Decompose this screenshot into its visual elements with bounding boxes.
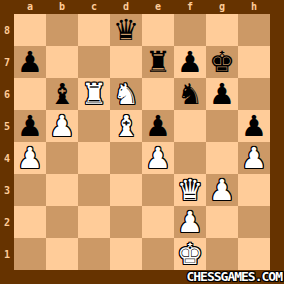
- square-d7: [110, 46, 142, 78]
- rank-label-1: 1: [0, 238, 14, 270]
- square-g7: ♚: [206, 46, 238, 78]
- square-c6: ♜: [78, 78, 110, 110]
- rank-label-3: 3: [0, 174, 14, 206]
- file-label-f: f: [174, 0, 206, 14]
- square-d1: [110, 238, 142, 270]
- file-label-b: b: [46, 0, 78, 14]
- file-label-a: a: [14, 0, 46, 14]
- white-pawn-e4: ♟: [145, 142, 171, 174]
- square-h7: [238, 46, 270, 78]
- square-g6: ♟: [206, 78, 238, 110]
- white-pawn-h4: ♟: [241, 142, 267, 174]
- black-pawn-a5: ♟: [17, 110, 43, 142]
- square-g4: [206, 142, 238, 174]
- square-c2: [78, 206, 110, 238]
- square-a2: [14, 206, 46, 238]
- white-pawn-b5: ♟: [49, 110, 75, 142]
- rank-label-4: 4: [0, 142, 14, 174]
- square-h4: ♟: [238, 142, 270, 174]
- square-d6: ♞: [110, 78, 142, 110]
- square-h3: [238, 174, 270, 206]
- file-label-d: d: [110, 0, 142, 14]
- black-pawn-a7: ♟: [17, 46, 43, 78]
- white-pawn-g3: ♟: [209, 174, 235, 206]
- rank-label-6: 6: [0, 78, 14, 110]
- square-h5: ♟: [238, 110, 270, 142]
- square-f8: [174, 14, 206, 46]
- file-label-g: g: [206, 0, 238, 14]
- white-knight-d6: ♞: [113, 78, 139, 110]
- chess-board: ♛♟♜♟♚♝♜♞♞♟♟♟♝♟♟♟♟♟♛♟♟♚: [14, 14, 270, 270]
- square-d8: ♛: [110, 14, 142, 46]
- square-e4: ♟: [142, 142, 174, 174]
- square-g5: [206, 110, 238, 142]
- square-e1: [142, 238, 174, 270]
- square-h8: [238, 14, 270, 46]
- white-queen-f3: ♛: [177, 174, 203, 206]
- rank-labels: 87654321: [0, 14, 14, 270]
- square-c3: [78, 174, 110, 206]
- square-b7: [46, 46, 78, 78]
- black-rook-e7: ♜: [145, 46, 171, 78]
- square-h1: [238, 238, 270, 270]
- file-label-c: c: [78, 0, 110, 14]
- white-bishop-d5: ♝: [113, 110, 139, 142]
- square-d4: [110, 142, 142, 174]
- square-f1: ♚: [174, 238, 206, 270]
- square-e5: ♟: [142, 110, 174, 142]
- square-f6: ♞: [174, 78, 206, 110]
- square-b2: [46, 206, 78, 238]
- square-a1: [14, 238, 46, 270]
- white-rook-c6: ♜: [81, 78, 107, 110]
- square-e3: [142, 174, 174, 206]
- chessgames-logo: CHESSGAMES.COM: [186, 269, 282, 284]
- square-e8: [142, 14, 174, 46]
- square-a6: [14, 78, 46, 110]
- black-bishop-b6: ♝: [49, 78, 75, 110]
- square-f4: [174, 142, 206, 174]
- square-g3: ♟: [206, 174, 238, 206]
- rank-label-8: 8: [0, 14, 14, 46]
- square-e2: [142, 206, 174, 238]
- square-a3: [14, 174, 46, 206]
- square-f5: [174, 110, 206, 142]
- square-c7: [78, 46, 110, 78]
- black-pawn-e5: ♟: [145, 110, 171, 142]
- square-a4: ♟: [14, 142, 46, 174]
- file-label-e: e: [142, 0, 174, 14]
- square-c1: [78, 238, 110, 270]
- black-queen-d8: ♛: [113, 14, 139, 46]
- black-pawn-g6: ♟: [209, 78, 235, 110]
- white-pawn-a4: ♟: [17, 142, 43, 174]
- square-a8: [14, 14, 46, 46]
- square-b4: [46, 142, 78, 174]
- square-b5: ♟: [46, 110, 78, 142]
- black-pawn-f7: ♟: [177, 46, 203, 78]
- white-pawn-f2: ♟: [177, 206, 203, 238]
- square-c5: [78, 110, 110, 142]
- square-c4: [78, 142, 110, 174]
- square-b3: [46, 174, 78, 206]
- square-b8: [46, 14, 78, 46]
- square-e6: [142, 78, 174, 110]
- square-a7: ♟: [14, 46, 46, 78]
- square-f3: ♛: [174, 174, 206, 206]
- chess-diagram: abcdefgh 87654321 ♛♟♜♟♚♝♜♞♞♟♟♟♝♟♟♟♟♟♛♟♟♚…: [0, 0, 284, 284]
- square-d3: [110, 174, 142, 206]
- square-h2: [238, 206, 270, 238]
- black-knight-f6: ♞: [177, 78, 203, 110]
- square-b6: ♝: [46, 78, 78, 110]
- square-f2: ♟: [174, 206, 206, 238]
- rank-label-2: 2: [0, 206, 14, 238]
- square-d2: [110, 206, 142, 238]
- square-d5: ♝: [110, 110, 142, 142]
- square-b1: [46, 238, 78, 270]
- square-h6: [238, 78, 270, 110]
- square-f7: ♟: [174, 46, 206, 78]
- file-label-h: h: [238, 0, 270, 14]
- black-pawn-h5: ♟: [241, 110, 267, 142]
- square-g1: [206, 238, 238, 270]
- square-a5: ♟: [14, 110, 46, 142]
- file-labels: abcdefgh: [14, 0, 270, 14]
- square-g2: [206, 206, 238, 238]
- rank-label-5: 5: [0, 110, 14, 142]
- square-c8: [78, 14, 110, 46]
- square-g8: [206, 14, 238, 46]
- rank-label-7: 7: [0, 46, 14, 78]
- white-king-f1: ♚: [177, 238, 203, 270]
- square-e7: ♜: [142, 46, 174, 78]
- black-king-g7: ♚: [209, 46, 235, 78]
